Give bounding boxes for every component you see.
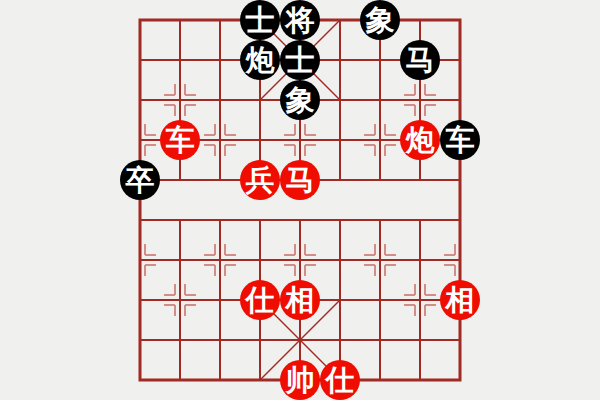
piece-red-horse[interactable]: 马 [280,160,320,200]
piece-black-soldier[interactable]: 卒 [120,160,160,200]
piece-red-chariot[interactable]: 车 [160,120,200,160]
piece-black-horse[interactable]: 马 [400,40,440,80]
piece-black-advisor-center[interactable]: 士 [280,40,320,80]
pieces-layer: 士将象炮士马象车炮车卒兵马仕相相帅仕 [120,0,480,400]
piece-red-elephant-right[interactable]: 相 [440,280,480,320]
piece-red-soldier[interactable]: 兵 [240,160,280,200]
xiangqi-board[interactable]: 士将象炮士马象车炮车卒兵马仕相相帅仕 [0,0,600,400]
piece-black-advisor-left[interactable]: 士 [240,0,280,40]
piece-red-elephant-center[interactable]: 相 [280,280,320,320]
piece-red-advisor-right[interactable]: 仕 [320,360,360,400]
piece-black-cannon[interactable]: 炮 [240,40,280,80]
piece-red-cannon[interactable]: 炮 [400,120,440,160]
piece-black-chariot[interactable]: 车 [440,120,480,160]
piece-red-advisor-left[interactable]: 仕 [240,280,280,320]
piece-black-elephant-right[interactable]: 象 [360,0,400,40]
xiangqi-app: 士将象炮士马象车炮车卒兵马仕相相帅仕 [0,0,600,400]
piece-black-elephant-center[interactable]: 象 [280,80,320,120]
piece-red-general[interactable]: 帅 [280,360,320,400]
piece-black-general[interactable]: 将 [280,0,320,40]
